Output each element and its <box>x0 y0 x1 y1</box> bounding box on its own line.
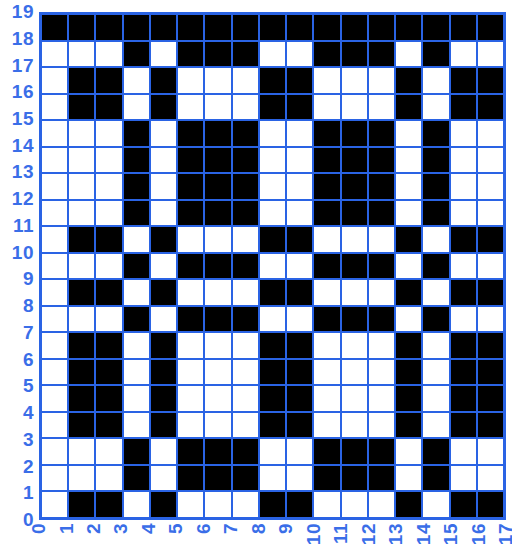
grid-cell <box>314 333 339 358</box>
grid-cell <box>396 227 421 252</box>
grid-cell <box>314 466 339 491</box>
grid-cell <box>178 466 203 491</box>
grid-cell <box>178 174 203 199</box>
grid-cell <box>178 360 203 385</box>
grid-cell <box>369 439 394 464</box>
figure: 191817161514131211109876543210 012345678… <box>0 0 512 555</box>
y-axis-tick-label: 15 <box>0 109 34 129</box>
grid-cell <box>369 386 394 411</box>
grid-cell <box>314 360 339 385</box>
grid-cell <box>96 68 121 93</box>
grid-cell <box>478 413 503 438</box>
grid-cell <box>423 333 448 358</box>
grid-cell <box>124 148 149 173</box>
grid-cell <box>178 413 203 438</box>
grid-cell <box>178 15 203 40</box>
grid-cell <box>342 254 367 279</box>
grid-cell <box>233 492 258 517</box>
grid-cell <box>287 148 312 173</box>
grid-cell <box>69 254 94 279</box>
grid-cell <box>369 466 394 491</box>
grid-cell <box>314 492 339 517</box>
grid-cell <box>396 201 421 226</box>
grid-cell <box>451 201 476 226</box>
grid-cell <box>396 333 421 358</box>
grid-cell <box>42 68 67 93</box>
grid-cell <box>233 121 258 146</box>
grid-cell <box>423 15 448 40</box>
grid-cell <box>260 466 285 491</box>
grid-cell <box>260 227 285 252</box>
y-axis-tick-label: 11 <box>0 216 34 236</box>
grid-cell <box>396 254 421 279</box>
x-axis-tick-label: 11 <box>331 523 351 555</box>
grid-cell <box>369 333 394 358</box>
grid-cell <box>233 466 258 491</box>
grid-cell <box>124 15 149 40</box>
grid-cell <box>478 174 503 199</box>
grid-cell <box>396 174 421 199</box>
grid-cell <box>178 227 203 252</box>
grid-cell <box>478 386 503 411</box>
grid-cell <box>478 333 503 358</box>
grid-cell <box>42 254 67 279</box>
grid-cell <box>205 95 230 120</box>
y-axis-tick-label: 6 <box>0 350 34 370</box>
grid-cell <box>178 68 203 93</box>
grid-cell <box>69 15 94 40</box>
grid-cell <box>287 492 312 517</box>
y-axis-tick-label: 9 <box>0 269 34 289</box>
x-axis-tick-label: 14 <box>414 523 434 555</box>
grid-cell <box>451 360 476 385</box>
grid-cell <box>151 254 176 279</box>
grid-cell <box>233 68 258 93</box>
grid-cell <box>423 386 448 411</box>
grid-cell <box>69 307 94 332</box>
grid-cell <box>342 15 367 40</box>
grid-cell <box>151 413 176 438</box>
x-axis-tick-label: 4 <box>139 523 159 555</box>
grid-cell <box>96 148 121 173</box>
grid-cell <box>151 439 176 464</box>
grid-cell <box>478 439 503 464</box>
grid-cell <box>287 227 312 252</box>
grid-cell <box>369 121 394 146</box>
y-axis-tick-label: 8 <box>0 296 34 316</box>
y-axis-tick-label: 7 <box>0 323 34 343</box>
grid-cell <box>287 174 312 199</box>
grid-cell <box>314 307 339 332</box>
grid-cell <box>369 413 394 438</box>
y-axis-tick-label: 19 <box>0 2 34 22</box>
x-axis-tick-label: 17 <box>496 523 512 555</box>
grid-cell <box>205 174 230 199</box>
grid-cell <box>287 439 312 464</box>
grid-cell <box>233 174 258 199</box>
x-axis-tick-label: 2 <box>84 523 104 555</box>
grid-cell <box>314 254 339 279</box>
grid-cell <box>205 413 230 438</box>
grid-cell <box>178 333 203 358</box>
grid-cell <box>478 492 503 517</box>
grid-cell <box>96 466 121 491</box>
grid-cell <box>233 413 258 438</box>
grid-cell <box>205 148 230 173</box>
grid-cell <box>342 280 367 305</box>
grid-cell <box>396 307 421 332</box>
grid-cell <box>396 42 421 67</box>
x-axis-tick-label: 13 <box>386 523 406 555</box>
grid-cell <box>423 148 448 173</box>
grid-cell <box>42 466 67 491</box>
grid-cell <box>314 148 339 173</box>
grid-cell <box>369 201 394 226</box>
grid-cell <box>314 121 339 146</box>
grid-cell <box>287 68 312 93</box>
grid-cell <box>178 254 203 279</box>
grid-cell <box>124 439 149 464</box>
y-axis-tick-label: 17 <box>0 56 34 76</box>
grid-cell <box>178 201 203 226</box>
grid-cell <box>396 439 421 464</box>
grid-cell <box>42 42 67 67</box>
grid-cell <box>314 386 339 411</box>
grid-cell <box>205 254 230 279</box>
grid-cell <box>287 121 312 146</box>
grid-cell <box>342 227 367 252</box>
grid-cell <box>69 42 94 67</box>
grid-cell <box>96 42 121 67</box>
grid-cell <box>287 95 312 120</box>
grid-cell <box>478 42 503 67</box>
grid-cell <box>96 386 121 411</box>
grid-cell <box>178 121 203 146</box>
grid-cell <box>205 201 230 226</box>
grid-cell <box>124 174 149 199</box>
x-axis-tick-label: 15 <box>441 523 461 555</box>
grid-cell <box>423 360 448 385</box>
grid-cell <box>451 68 476 93</box>
grid-cell <box>96 227 121 252</box>
grid-cell <box>369 148 394 173</box>
grid-cell <box>178 148 203 173</box>
grid-cell <box>396 95 421 120</box>
grid-cell <box>124 360 149 385</box>
grid-cell <box>42 360 67 385</box>
grid-cell <box>260 280 285 305</box>
x-axis-tick-label: 0 <box>29 523 49 555</box>
y-axis-tick-label: 2 <box>0 457 34 477</box>
grid-cell <box>233 333 258 358</box>
y-axis-tick-label: 14 <box>0 136 34 156</box>
grid-cell <box>233 201 258 226</box>
grid-cell <box>369 95 394 120</box>
grid-cell <box>396 492 421 517</box>
grid-cell <box>369 174 394 199</box>
grid-cell <box>369 227 394 252</box>
y-axis-tick-label: 13 <box>0 162 34 182</box>
grid-cell <box>151 68 176 93</box>
x-axis-tick-label: 16 <box>469 523 489 555</box>
grid-cell <box>478 95 503 120</box>
grid-cell <box>124 254 149 279</box>
grid-cell <box>124 121 149 146</box>
grid-cell <box>423 174 448 199</box>
grid-cell <box>151 466 176 491</box>
grid-cell <box>451 148 476 173</box>
grid-cell <box>396 413 421 438</box>
grid-cell <box>124 42 149 67</box>
grid-cell <box>260 360 285 385</box>
grid-cell <box>287 466 312 491</box>
grid-cell <box>205 307 230 332</box>
grid-cell <box>42 492 67 517</box>
grid-cell <box>69 413 94 438</box>
grid-cell <box>369 280 394 305</box>
grid-cell <box>478 254 503 279</box>
grid-cell <box>42 333 67 358</box>
grid-cell <box>178 492 203 517</box>
grid-cell <box>96 492 121 517</box>
grid-cell <box>478 280 503 305</box>
grid-cell <box>151 42 176 67</box>
grid-cell <box>423 307 448 332</box>
grid-cell <box>423 280 448 305</box>
grid-cell <box>287 386 312 411</box>
x-axis-tick-label: 1 <box>57 523 77 555</box>
grid-cell <box>451 254 476 279</box>
grid-cell <box>451 333 476 358</box>
grid-cell <box>260 492 285 517</box>
y-axis-tick-label: 16 <box>0 82 34 102</box>
grid-cell <box>69 466 94 491</box>
grid-cell <box>233 386 258 411</box>
grid-cell <box>260 68 285 93</box>
grid-cell <box>260 307 285 332</box>
grid-cell <box>96 333 121 358</box>
grid-cell <box>260 333 285 358</box>
grid-cell <box>342 466 367 491</box>
grid-cell <box>342 492 367 517</box>
grid-cell <box>205 439 230 464</box>
grid-cell <box>260 201 285 226</box>
grid-cell <box>151 121 176 146</box>
grid-cell <box>287 254 312 279</box>
grid-cell <box>260 15 285 40</box>
grid-cell <box>314 174 339 199</box>
grid-cell <box>342 333 367 358</box>
grid-cell <box>205 68 230 93</box>
grid-cell <box>314 413 339 438</box>
grid-cell <box>287 360 312 385</box>
grid-cell <box>342 439 367 464</box>
grid-cell <box>42 95 67 120</box>
grid-cell <box>151 148 176 173</box>
grid-cell <box>151 360 176 385</box>
grid-cell <box>178 439 203 464</box>
grid-cell <box>396 121 421 146</box>
grid-cell <box>178 42 203 67</box>
grid-cell <box>451 466 476 491</box>
grid-cell <box>124 307 149 332</box>
grid-cell <box>369 492 394 517</box>
x-axis-tick-label: 10 <box>304 523 324 555</box>
grid-cell <box>124 95 149 120</box>
grid-cell <box>287 42 312 67</box>
y-axis-tick-label: 5 <box>0 376 34 396</box>
grid-cell <box>369 42 394 67</box>
grid-cell <box>42 386 67 411</box>
grid-cell <box>69 386 94 411</box>
grid-cell <box>423 413 448 438</box>
grid-cell <box>396 386 421 411</box>
grid-cell <box>42 174 67 199</box>
grid-cell <box>314 95 339 120</box>
grid-cell <box>342 95 367 120</box>
grid-cell <box>396 148 421 173</box>
grid-cell <box>260 121 285 146</box>
grid-cell <box>42 201 67 226</box>
grid-cell <box>178 307 203 332</box>
grid-cell <box>124 413 149 438</box>
grid-cell <box>478 466 503 491</box>
grid-cell <box>96 413 121 438</box>
y-axis-tick-label: 12 <box>0 189 34 209</box>
grid-cell <box>451 439 476 464</box>
grid-cell <box>260 174 285 199</box>
grid-cell <box>151 174 176 199</box>
grid-cell <box>260 413 285 438</box>
grid-cell <box>233 95 258 120</box>
grid-cell <box>124 227 149 252</box>
grid-cell <box>423 492 448 517</box>
grid-cell <box>42 307 67 332</box>
grid-cell <box>478 307 503 332</box>
grid-cell <box>478 227 503 252</box>
y-axis-tick-label: 10 <box>0 243 34 263</box>
grid-cell <box>396 360 421 385</box>
grid-cell <box>205 492 230 517</box>
grid-cell <box>124 280 149 305</box>
puzzle-grid <box>39 12 506 520</box>
grid-cell <box>69 121 94 146</box>
grid-cell <box>96 280 121 305</box>
grid-cell <box>69 280 94 305</box>
grid-cell <box>478 148 503 173</box>
grid-cell <box>451 121 476 146</box>
grid-cell <box>342 413 367 438</box>
grid-cell <box>205 15 230 40</box>
grid-cell <box>151 492 176 517</box>
grid-cell <box>42 413 67 438</box>
grid-cell <box>423 121 448 146</box>
grid-cell <box>151 15 176 40</box>
grid-cell <box>287 307 312 332</box>
grid-cell <box>69 174 94 199</box>
grid-cell <box>260 254 285 279</box>
grid-cell <box>369 15 394 40</box>
grid-cell <box>451 227 476 252</box>
grid-cell <box>205 466 230 491</box>
grid-cell <box>260 386 285 411</box>
x-axis-tick-label: 8 <box>249 523 269 555</box>
grid-cell <box>478 68 503 93</box>
grid-cell <box>314 201 339 226</box>
grid-cell <box>178 95 203 120</box>
grid-cell <box>178 280 203 305</box>
grid-cell <box>96 254 121 279</box>
grid-cell <box>124 492 149 517</box>
grid-cell <box>42 227 67 252</box>
grid-cell <box>233 439 258 464</box>
grid-cell <box>423 466 448 491</box>
grid-cell <box>342 307 367 332</box>
grid-cell <box>314 15 339 40</box>
grid-cell <box>233 148 258 173</box>
grid-cell <box>96 121 121 146</box>
grid-cell <box>69 333 94 358</box>
grid-cell <box>233 307 258 332</box>
grid-cell <box>287 280 312 305</box>
grid-cell <box>451 386 476 411</box>
grid-cell <box>96 201 121 226</box>
grid-cell <box>369 68 394 93</box>
grid-cell <box>314 227 339 252</box>
grid-cell <box>260 42 285 67</box>
grid-cell <box>69 492 94 517</box>
grid-cell <box>451 95 476 120</box>
grid-cell <box>124 466 149 491</box>
grid-cell <box>124 386 149 411</box>
grid-cell <box>233 15 258 40</box>
grid-cell <box>69 148 94 173</box>
grid-cell <box>342 121 367 146</box>
grid-cell <box>342 42 367 67</box>
grid-cell <box>423 42 448 67</box>
grid-cell <box>205 227 230 252</box>
x-axis-tick-label: 5 <box>166 523 186 555</box>
grid-cell <box>69 439 94 464</box>
grid-cell <box>151 95 176 120</box>
grid-cell <box>233 227 258 252</box>
grid-cell <box>423 201 448 226</box>
grid-cell <box>96 15 121 40</box>
grid-cell <box>396 68 421 93</box>
grid-cell <box>478 121 503 146</box>
grid-cell <box>423 254 448 279</box>
grid-cell <box>451 42 476 67</box>
grid-cell <box>396 466 421 491</box>
grid-cell <box>478 201 503 226</box>
grid-cell <box>96 174 121 199</box>
grid-cell <box>205 386 230 411</box>
grid-cell <box>287 201 312 226</box>
y-axis-tick-label: 4 <box>0 403 34 423</box>
y-axis-tick-label: 18 <box>0 29 34 49</box>
grid-cell <box>314 280 339 305</box>
grid-cell <box>260 439 285 464</box>
grid-cell <box>42 280 67 305</box>
grid-cell <box>342 174 367 199</box>
grid-cell <box>205 280 230 305</box>
grid-cell <box>151 333 176 358</box>
x-axis-tick-label: 7 <box>221 523 241 555</box>
grid-cell <box>451 413 476 438</box>
grid-cell <box>423 68 448 93</box>
grid-cell <box>151 386 176 411</box>
grid-cell <box>69 95 94 120</box>
